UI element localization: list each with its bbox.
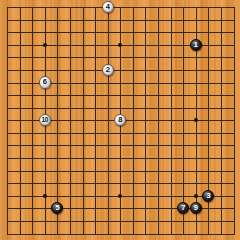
move-number-label: 6 [43,76,47,88]
move-number-label: 4 [106,1,110,13]
move-number-label: 1 [194,39,198,51]
stone-anchor-K10: 8 [114,114,127,127]
stone-anchor-P3: 7 [177,202,190,215]
stone-anchor-J14: 2 [101,64,114,77]
board-intersections: 12345678910 [1,1,240,240]
stone-anchor-D10: 10 [38,114,51,127]
move-number-label: 9 [194,202,198,214]
stone-anchor-J19: 4 [101,1,114,14]
move-number-label: 7 [181,202,185,214]
stone-anchor-D13: 6 [38,76,51,89]
move-number-label: 3 [206,189,210,201]
move-number-label: 8 [118,114,122,126]
go-stone-white-8: 8 [114,114,126,126]
go-stone-black-3: 3 [202,190,214,202]
star-point-anchor [189,114,202,127]
go-stone-white-2: 2 [102,64,114,76]
star-point [118,194,122,198]
stone-anchor-R4: 3 [202,189,215,202]
go-stone-white-4: 4 [102,1,114,13]
star-point [43,194,47,198]
go-stone-black-7: 7 [177,202,189,214]
star-point-anchor [38,189,51,202]
stone-anchor-E3: 5 [51,202,64,215]
star-point-anchor [114,38,127,51]
move-number-label: 5 [55,202,59,214]
star-point-anchor [189,189,202,202]
stone-anchor-Q16: 1 [189,38,202,51]
go-stone-white-10: 10 [39,114,51,126]
star-point [118,43,122,47]
go-stone-black-1: 1 [190,39,202,51]
star-point [194,118,198,122]
go-stone-black-5: 5 [51,202,63,214]
go-stone-black-9: 9 [190,202,202,214]
go-stone-white-6: 6 [39,76,51,88]
star-point-anchor [38,38,51,51]
star-point [194,194,198,198]
move-number-label: 10 [42,114,48,126]
move-number-label: 2 [106,64,110,76]
star-point [43,43,47,47]
stone-anchor-Q3: 9 [189,202,202,215]
star-point-anchor [114,189,127,202]
go-board[interactable]: 12345678910 [0,0,240,240]
